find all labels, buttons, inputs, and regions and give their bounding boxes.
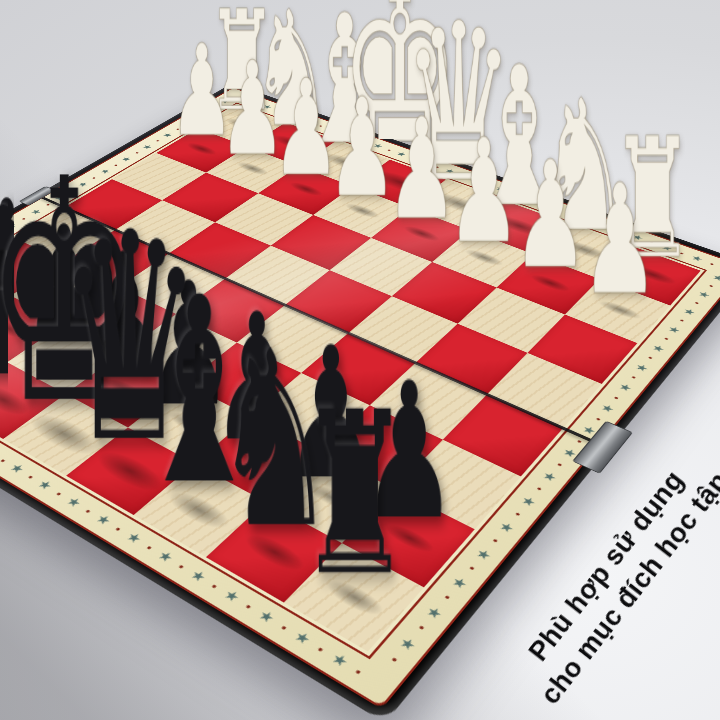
chess-piece-black-rook: ♜	[298, 382, 413, 607]
photo-backdrop: ★•★•★•★•★•★•★•★•★•★•★•★•★•★•★•★•★•★•★•★•…	[0, 0, 720, 720]
chess-piece-white-pawn: ♟	[581, 164, 658, 316]
